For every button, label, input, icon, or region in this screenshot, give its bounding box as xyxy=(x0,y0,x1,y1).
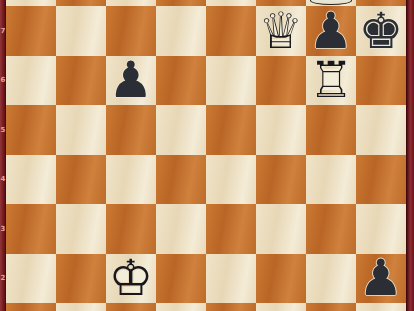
square-f6[interactable] xyxy=(256,56,306,106)
square-f3[interactable] xyxy=(256,204,306,254)
square-g6[interactable]: ♜♖ xyxy=(306,56,356,106)
square-d4[interactable] xyxy=(156,155,206,205)
square-a6[interactable] xyxy=(6,56,56,106)
square-a2[interactable] xyxy=(6,254,56,304)
square-g1[interactable] xyxy=(306,303,356,311)
rank-label-3: 3 xyxy=(0,225,6,232)
square-d5[interactable] xyxy=(156,105,206,155)
square-f2[interactable] xyxy=(256,254,306,304)
square-d7[interactable] xyxy=(156,6,206,56)
white-rook-outline: ♖ xyxy=(306,55,356,105)
rank-label-4: 4 xyxy=(0,176,6,183)
square-b1[interactable] xyxy=(56,303,106,311)
square-h7[interactable]: ♚ xyxy=(356,6,406,56)
square-h3[interactable] xyxy=(356,204,406,254)
square-e3[interactable] xyxy=(206,204,256,254)
white-rook[interactable]: ♜♖ xyxy=(306,55,356,105)
square-b2[interactable] xyxy=(56,254,106,304)
square-g5[interactable] xyxy=(306,105,356,155)
square-a7[interactable] xyxy=(6,6,56,56)
square-c4[interactable] xyxy=(106,155,156,205)
square-h4[interactable] xyxy=(356,155,406,205)
square-d2[interactable] xyxy=(156,254,206,304)
square-d6[interactable] xyxy=(156,56,206,106)
white-king[interactable]: ♚♔ xyxy=(106,253,156,303)
square-b3[interactable] xyxy=(56,204,106,254)
square-e5[interactable] xyxy=(206,105,256,155)
square-e1[interactable] xyxy=(206,303,256,311)
square-e7[interactable] xyxy=(206,6,256,56)
square-f1[interactable] xyxy=(256,303,306,311)
square-b5[interactable] xyxy=(56,105,106,155)
square-c5[interactable] xyxy=(106,105,156,155)
square-d1[interactable] xyxy=(156,303,206,311)
rank-label-2: 2 xyxy=(0,275,6,282)
black-pawn[interactable]: ♟ xyxy=(106,55,156,105)
square-c3[interactable] xyxy=(106,204,156,254)
black-king[interactable]: ♚ xyxy=(356,6,406,56)
square-b6[interactable] xyxy=(56,56,106,106)
black-pawn[interactable]: ♟ xyxy=(306,6,356,56)
rank-label-6: 6 xyxy=(0,77,6,84)
square-f7[interactable]: ♛♕ xyxy=(256,6,306,56)
black-pawn[interactable]: ♟ xyxy=(356,253,406,303)
square-e2[interactable] xyxy=(206,254,256,304)
square-a1[interactable] xyxy=(6,303,56,311)
square-a3[interactable] xyxy=(6,204,56,254)
square-c2[interactable]: ♚♔ xyxy=(106,254,156,304)
white-king-outline: ♔ xyxy=(106,253,156,303)
square-g7[interactable]: ♟ xyxy=(306,6,356,56)
square-f5[interactable] xyxy=(256,105,306,155)
square-d3[interactable] xyxy=(156,204,206,254)
square-c6[interactable]: ♟ xyxy=(106,56,156,106)
square-f4[interactable] xyxy=(256,155,306,205)
square-e6[interactable] xyxy=(206,56,256,106)
board-frame-left: 765432 xyxy=(0,0,6,311)
square-h5[interactable] xyxy=(356,105,406,155)
rank-label-7: 7 xyxy=(0,27,6,34)
square-g4[interactable] xyxy=(306,155,356,205)
square-g2[interactable] xyxy=(306,254,356,304)
square-h2[interactable]: ♟ xyxy=(356,254,406,304)
square-b7[interactable] xyxy=(56,6,106,56)
board-frame-right xyxy=(406,0,414,311)
white-queen-outline: ♕ xyxy=(256,6,306,56)
board-squares: ♛♕♟♚♟♜♖♚♔♟ xyxy=(6,0,406,311)
square-e4[interactable] xyxy=(206,155,256,205)
square-b4[interactable] xyxy=(56,155,106,205)
chessboard: ♛♕♟♚♟♜♖♚♔♟ 765432 xyxy=(0,0,414,311)
white-queen[interactable]: ♛♕ xyxy=(256,6,306,56)
square-h6[interactable] xyxy=(356,56,406,106)
rank-label-5: 5 xyxy=(0,126,6,133)
square-c7[interactable] xyxy=(106,6,156,56)
square-a5[interactable] xyxy=(6,105,56,155)
square-g3[interactable] xyxy=(306,204,356,254)
square-a4[interactable] xyxy=(6,155,56,205)
